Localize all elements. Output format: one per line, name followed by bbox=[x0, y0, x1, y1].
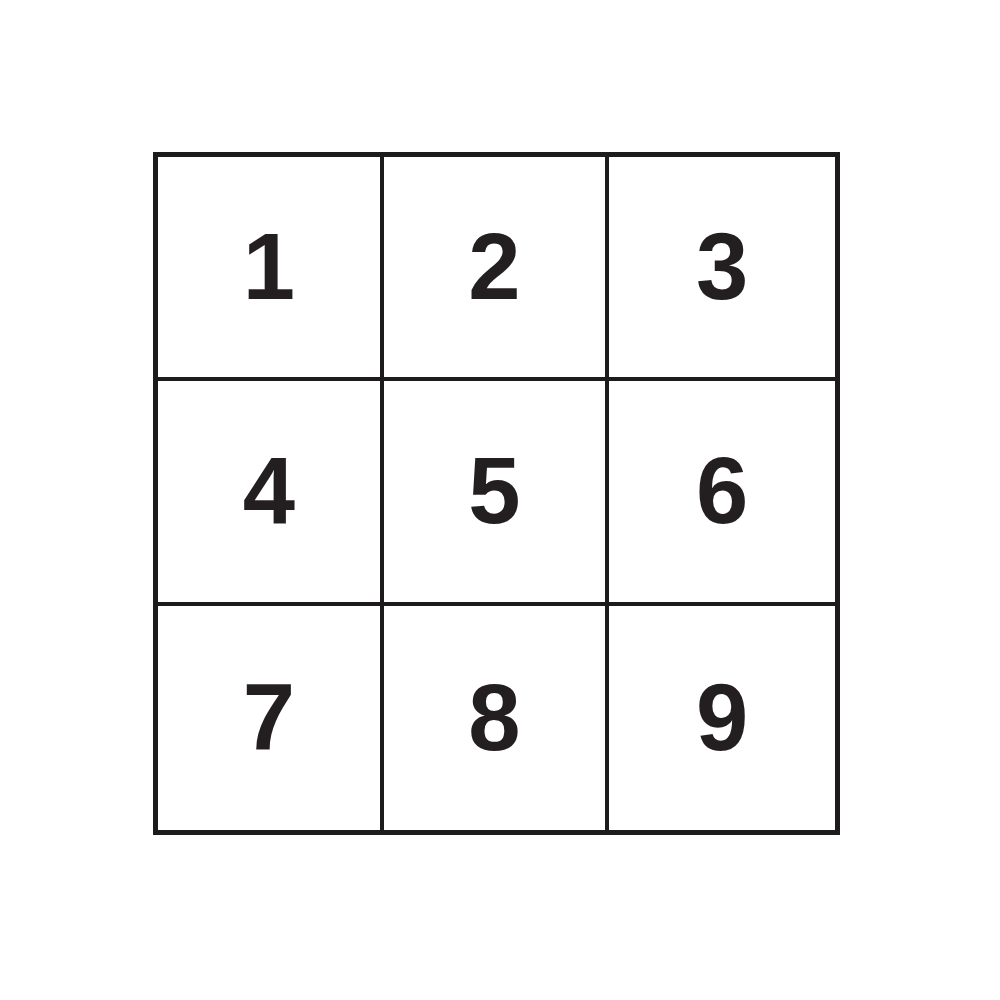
cell-number: 6 bbox=[696, 444, 748, 538]
cell-number: 8 bbox=[468, 671, 520, 765]
grid-cell-r2c2[interactable]: 5 bbox=[384, 381, 610, 605]
grid-cell-r3c1[interactable]: 7 bbox=[158, 606, 384, 830]
grid-cell-r1c1[interactable]: 1 bbox=[158, 157, 384, 381]
cell-number: 3 bbox=[696, 220, 748, 314]
grid-cell-r3c2[interactable]: 8 bbox=[384, 606, 610, 830]
grid-cell-r2c3[interactable]: 6 bbox=[609, 381, 835, 605]
grid-cell-r2c1[interactable]: 4 bbox=[158, 381, 384, 605]
grid-cell-r1c3[interactable]: 3 bbox=[609, 157, 835, 381]
grid-cell-r1c2[interactable]: 2 bbox=[384, 157, 610, 381]
cell-number: 7 bbox=[243, 671, 295, 765]
cell-number: 9 bbox=[696, 671, 748, 765]
number-grid-board: 1 2 3 4 5 6 7 8 9 bbox=[153, 152, 840, 835]
cell-number: 1 bbox=[243, 220, 295, 314]
page-background: 1 2 3 4 5 6 7 8 9 bbox=[0, 0, 1000, 1000]
grid-cell-r3c3[interactable]: 9 bbox=[609, 606, 835, 830]
cell-number: 5 bbox=[468, 444, 520, 538]
cell-number: 4 bbox=[243, 444, 295, 538]
cell-number: 2 bbox=[468, 220, 520, 314]
